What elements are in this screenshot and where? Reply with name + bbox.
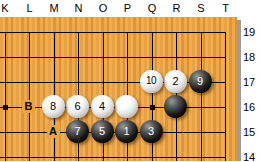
board-edge-shadow	[237, 20, 241, 161]
column-label-K: K	[1, 2, 8, 14]
move-number: 8	[50, 101, 56, 112]
black-stone-9-S17[interactable]: 9	[189, 70, 212, 93]
row-label-19: 19	[243, 26, 255, 38]
go-board[interactable]: 12345678910BA	[0, 17, 237, 161]
white-stone-8-M16[interactable]: 8	[42, 95, 65, 118]
column-label-M: M	[49, 2, 58, 14]
move-number: 3	[148, 126, 154, 137]
move-number: 2	[172, 76, 178, 87]
black-stone-5-O15[interactable]: 5	[91, 120, 114, 143]
move-number: 7	[74, 126, 80, 137]
column-label-P: P	[124, 2, 131, 14]
row-label-15: 15	[243, 126, 255, 138]
move-number: 5	[99, 126, 105, 137]
go-diagram-screen: 12345678910BA KLMNOPQRST 191817161514	[0, 0, 260, 161]
black-stone-1-P15[interactable]: 1	[115, 120, 138, 143]
white-stone-6-N16[interactable]: 6	[66, 95, 89, 118]
column-label-T: T	[222, 2, 229, 14]
move-number: 10	[146, 76, 156, 86]
row-label-16: 16	[243, 101, 255, 113]
row-label-17: 17	[243, 76, 255, 88]
column-label-R: R	[173, 2, 181, 14]
white-stone-2-R17[interactable]: 2	[164, 70, 187, 93]
move-number: 4	[99, 101, 105, 112]
point-label-A: A	[47, 125, 60, 138]
black-stone-7-N15[interactable]: 7	[66, 120, 89, 143]
black-stone-R16[interactable]	[164, 95, 187, 118]
black-stone-3-Q15[interactable]: 3	[140, 120, 163, 143]
white-stone-P16[interactable]	[115, 95, 138, 118]
move-number: 9	[197, 76, 203, 87]
point-label-B: B	[22, 100, 35, 113]
row-label-14: 14	[243, 151, 255, 161]
column-label-O: O	[99, 2, 108, 14]
column-label-Q: Q	[148, 2, 157, 14]
white-stone-4-O16[interactable]: 4	[91, 95, 114, 118]
column-label-N: N	[75, 2, 83, 14]
column-label-S: S	[197, 2, 204, 14]
column-label-L: L	[26, 2, 32, 14]
move-number: 6	[74, 101, 80, 112]
white-stone-10-Q17[interactable]: 10	[140, 70, 163, 93]
intersections-layer: 12345678910BA	[0, 20, 238, 162]
move-number: 1	[123, 126, 129, 137]
row-label-18: 18	[243, 51, 255, 63]
